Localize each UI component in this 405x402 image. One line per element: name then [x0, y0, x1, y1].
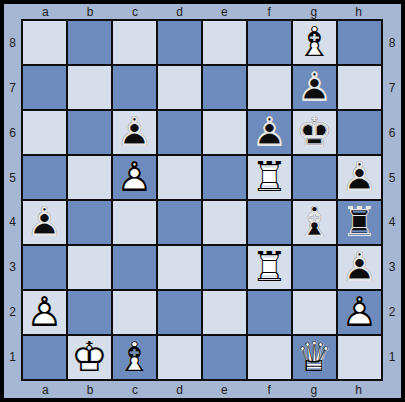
file-label-e: e [202, 381, 247, 398]
file-label-e: e [202, 4, 247, 19]
square-f5[interactable]: ♜♖ [248, 156, 291, 199]
square-g8[interactable]: ♝♗ [293, 21, 336, 64]
rank-label-4: 4 [4, 200, 21, 245]
white-rook-glyph-fill: ♜ [248, 156, 291, 199]
white-queen-glyph-outline: ♕ [293, 336, 336, 379]
file-label-a: a [23, 4, 68, 19]
square-d2[interactable] [158, 291, 201, 334]
black-pawn[interactable]: ♟♙ [23, 201, 66, 244]
white-king[interactable]: ♚♔ [68, 336, 111, 379]
white-rook-glyph-outline: ♖ [248, 156, 291, 199]
square-c8[interactable] [113, 21, 156, 64]
square-b5[interactable] [68, 156, 111, 199]
black-pawn[interactable]: ♟♙ [248, 111, 291, 154]
square-d7[interactable] [158, 66, 201, 109]
file-label-d: d [157, 381, 202, 398]
black-pawn-glyph-fill: ♟ [113, 111, 156, 154]
black-pawn-glyph-fill: ♟ [293, 66, 336, 109]
chessboard-frame: abcdefgh 87654321 ♝♗♟♙♟♙♟♙♚♔♟♙♜♖♟♙♟♙♝♗♜♖… [0, 0, 405, 402]
square-e3[interactable] [203, 246, 246, 289]
white-queen-glyph-fill: ♛ [293, 336, 336, 379]
rank-label-5: 5 [4, 155, 21, 200]
chess-board: ♝♗♟♙♟♙♟♙♚♔♟♙♜♖♟♙♟♙♝♗♜♖♜♖♟♙♟♙♟♙♚♔♝♗♛♕ [21, 19, 383, 381]
square-h1[interactable] [338, 336, 381, 379]
white-bishop-glyph-fill: ♝ [293, 21, 336, 64]
square-b2[interactable] [68, 291, 111, 334]
square-b1[interactable]: ♚♔ [68, 336, 111, 379]
square-e5[interactable] [203, 156, 246, 199]
square-f8[interactable] [248, 21, 291, 64]
file-label-f: f [247, 4, 292, 19]
square-e6[interactable] [203, 111, 246, 154]
file-label-d: d [157, 4, 202, 19]
square-b7[interactable] [68, 66, 111, 109]
white-pawn-glyph-fill: ♟ [338, 291, 381, 334]
file-label-h: h [336, 381, 381, 398]
rank-label-6: 6 [383, 111, 401, 156]
black-pawn-glyph-outline: ♙ [338, 156, 381, 199]
file-labels-bottom: abcdefgh [21, 381, 383, 398]
square-b4[interactable] [68, 201, 111, 244]
square-h8[interactable] [338, 21, 381, 64]
square-a7[interactable] [23, 66, 66, 109]
black-pawn-glyph-outline: ♙ [338, 246, 381, 289]
white-pawn-glyph-fill: ♟ [113, 156, 156, 199]
square-d4[interactable] [158, 201, 201, 244]
square-e7[interactable] [203, 66, 246, 109]
square-h7[interactable] [338, 66, 381, 109]
square-h6[interactable] [338, 111, 381, 154]
rank-label-1: 1 [383, 334, 401, 379]
square-d6[interactable] [158, 111, 201, 154]
rank-label-8: 8 [383, 21, 401, 66]
square-c2[interactable] [113, 291, 156, 334]
white-bishop-glyph-outline: ♗ [293, 21, 336, 64]
square-b3[interactable] [68, 246, 111, 289]
square-f7[interactable] [248, 66, 291, 109]
file-label-b: b [68, 381, 113, 398]
square-g6[interactable]: ♚♔ [293, 111, 336, 154]
rank-labels-right: 87654321 [383, 19, 401, 381]
square-b6[interactable] [68, 111, 111, 154]
white-pawn-glyph-outline: ♙ [113, 156, 156, 199]
white-pawn[interactable]: ♟♙ [113, 156, 156, 199]
black-pawn-glyph-fill: ♟ [338, 156, 381, 199]
square-g3[interactable] [293, 246, 336, 289]
file-label-c: c [113, 4, 158, 19]
square-h5[interactable]: ♟♙ [338, 156, 381, 199]
file-label-f: f [247, 381, 292, 398]
white-pawn[interactable]: ♟♙ [23, 291, 66, 334]
white-pawn-glyph-outline: ♙ [23, 291, 66, 334]
black-rook-glyph-fill: ♜ [338, 201, 381, 244]
black-pawn-glyph-fill: ♟ [338, 246, 381, 289]
black-bishop-glyph-outline: ♗ [293, 201, 336, 244]
black-bishop[interactable]: ♝♗ [293, 201, 336, 244]
black-king-glyph-outline: ♔ [293, 111, 336, 154]
square-g7[interactable]: ♟♙ [293, 66, 336, 109]
white-bishop-glyph-fill: ♝ [113, 336, 156, 379]
square-d8[interactable] [158, 21, 201, 64]
rank-label-5: 5 [383, 155, 401, 200]
rank-label-8: 8 [4, 21, 21, 66]
rank-label-1: 1 [4, 334, 21, 379]
file-labels-top: abcdefgh [21, 4, 383, 19]
black-king-glyph-fill: ♚ [293, 111, 336, 154]
square-d5[interactable] [158, 156, 201, 199]
square-b8[interactable] [68, 21, 111, 64]
white-bishop[interactable]: ♝♗ [293, 21, 336, 64]
white-rook[interactable]: ♜♖ [248, 246, 291, 289]
black-pawn[interactable]: ♟♙ [293, 66, 336, 109]
black-rook-glyph-outline: ♖ [338, 201, 381, 244]
rank-label-3: 3 [383, 245, 401, 290]
white-rook-glyph-fill: ♜ [248, 246, 291, 289]
square-a4[interactable]: ♟♙ [23, 201, 66, 244]
square-c4[interactable] [113, 201, 156, 244]
black-pawn[interactable]: ♟♙ [338, 246, 381, 289]
square-f1[interactable] [248, 336, 291, 379]
rank-label-2: 2 [383, 290, 401, 335]
black-king[interactable]: ♚♔ [293, 111, 336, 154]
black-rook[interactable]: ♜♖ [338, 201, 381, 244]
square-f6[interactable]: ♟♙ [248, 111, 291, 154]
square-c6[interactable]: ♟♙ [113, 111, 156, 154]
white-bishop[interactable]: ♝♗ [113, 336, 156, 379]
black-pawn-glyph-outline: ♙ [293, 66, 336, 109]
square-h4[interactable]: ♜♖ [338, 201, 381, 244]
square-a2[interactable]: ♟♙ [23, 291, 66, 334]
square-g5[interactable] [293, 156, 336, 199]
square-d1[interactable] [158, 336, 201, 379]
square-c5[interactable]: ♟♙ [113, 156, 156, 199]
white-king-glyph-outline: ♔ [68, 336, 111, 379]
square-c7[interactable] [113, 66, 156, 109]
square-f2[interactable] [248, 291, 291, 334]
white-rook[interactable]: ♜♖ [248, 156, 291, 199]
rank-label-3: 3 [4, 245, 21, 290]
rank-labels-left: 87654321 [4, 19, 21, 381]
black-pawn-glyph-outline: ♙ [113, 111, 156, 154]
black-pawn-glyph-outline: ♙ [248, 111, 291, 154]
rank-label-7: 7 [4, 66, 21, 111]
file-label-c: c [113, 381, 158, 398]
white-pawn-glyph-outline: ♙ [338, 291, 381, 334]
file-label-g: g [292, 4, 337, 19]
black-pawn-glyph-outline: ♙ [23, 201, 66, 244]
square-e8[interactable] [203, 21, 246, 64]
square-c1[interactable]: ♝♗ [113, 336, 156, 379]
file-label-a: a [23, 381, 68, 398]
square-g1[interactable]: ♛♕ [293, 336, 336, 379]
white-pawn-glyph-fill: ♟ [23, 291, 66, 334]
file-label-b: b [68, 4, 113, 19]
square-c3[interactable] [113, 246, 156, 289]
file-label-g: g [292, 381, 337, 398]
square-a1[interactable] [23, 336, 66, 379]
square-a3[interactable] [23, 246, 66, 289]
rank-label-7: 7 [383, 66, 401, 111]
black-bishop-glyph-fill: ♝ [293, 201, 336, 244]
square-a6[interactable] [23, 111, 66, 154]
rank-label-4: 4 [383, 200, 401, 245]
black-pawn[interactable]: ♟♙ [338, 156, 381, 199]
square-a5[interactable] [23, 156, 66, 199]
square-d3[interactable] [158, 246, 201, 289]
rank-label-6: 6 [4, 111, 21, 156]
square-h3[interactable]: ♟♙ [338, 246, 381, 289]
square-e1[interactable] [203, 336, 246, 379]
white-king-glyph-fill: ♚ [68, 336, 111, 379]
file-label-h: h [336, 4, 381, 19]
square-f4[interactable] [248, 201, 291, 244]
black-pawn[interactable]: ♟♙ [113, 111, 156, 154]
black-pawn-glyph-fill: ♟ [23, 201, 66, 244]
black-pawn-glyph-fill: ♟ [248, 111, 291, 154]
square-f3[interactable]: ♜♖ [248, 246, 291, 289]
square-e2[interactable] [203, 291, 246, 334]
square-e4[interactable] [203, 201, 246, 244]
rank-label-2: 2 [4, 290, 21, 335]
white-pawn[interactable]: ♟♙ [338, 291, 381, 334]
square-a8[interactable] [23, 21, 66, 64]
white-bishop-glyph-outline: ♗ [113, 336, 156, 379]
white-rook-glyph-outline: ♖ [248, 246, 291, 289]
square-h2[interactable]: ♟♙ [338, 291, 381, 334]
square-g2[interactable] [293, 291, 336, 334]
white-queen[interactable]: ♛♕ [293, 336, 336, 379]
square-g4[interactable]: ♝♗ [293, 201, 336, 244]
